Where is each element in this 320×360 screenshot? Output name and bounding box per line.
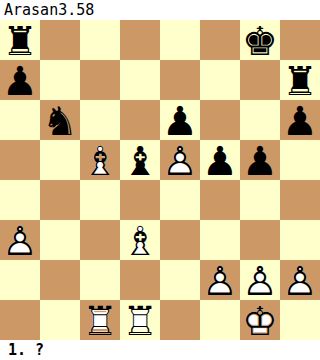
square-a5[interactable] [0, 140, 40, 180]
square-h3[interactable] [280, 220, 320, 260]
square-a8[interactable]: ♜ [0, 20, 40, 60]
square-f5[interactable]: ♟ [200, 140, 240, 180]
engine-name-label: Arasan3.58 [0, 0, 320, 20]
piece-white-rook: ♖ [120, 300, 160, 340]
square-b8[interactable] [40, 20, 80, 60]
square-a6[interactable] [0, 100, 40, 140]
piece-fill-layer: ♝ [120, 220, 160, 260]
piece-fill-layer: ♟ [200, 260, 240, 300]
square-c6[interactable] [80, 100, 120, 140]
square-b6[interactable]: ♞ [40, 100, 80, 140]
square-d1[interactable]: ♜♖ [120, 300, 160, 340]
piece-fill-layer: ♜ [120, 300, 160, 340]
square-g3[interactable] [240, 220, 280, 260]
square-e3[interactable] [160, 220, 200, 260]
square-f6[interactable] [200, 100, 240, 140]
square-d5[interactable]: ♝ [120, 140, 160, 180]
square-g5[interactable]: ♟ [240, 140, 280, 180]
square-b4[interactable] [40, 180, 80, 220]
piece-white-king: ♔ [240, 300, 280, 340]
square-f2[interactable]: ♟♙ [200, 260, 240, 300]
square-c2[interactable] [80, 260, 120, 300]
square-a1[interactable] [0, 300, 40, 340]
square-h7[interactable]: ♜ [280, 60, 320, 100]
square-b7[interactable] [40, 60, 80, 100]
square-h4[interactable] [280, 180, 320, 220]
square-c1[interactable]: ♜♖ [80, 300, 120, 340]
chess-board: ♜♚♟♜♞♟♟♝♗♝♟♙♟♟♟♙♝♗♟♙♟♙♟♙♜♖♜♖♚♔ [0, 20, 320, 340]
piece-white-pawn: ♙ [0, 220, 40, 260]
square-h5[interactable] [280, 140, 320, 180]
square-a2[interactable] [0, 260, 40, 300]
square-d7[interactable] [120, 60, 160, 100]
square-h8[interactable] [280, 20, 320, 60]
piece-fill-layer: ♟ [240, 260, 280, 300]
square-g4[interactable] [240, 180, 280, 220]
square-b2[interactable] [40, 260, 80, 300]
square-e4[interactable] [160, 180, 200, 220]
piece-black-knight: ♞ [40, 100, 80, 140]
piece-black-rook: ♜ [280, 60, 320, 100]
square-f3[interactable] [200, 220, 240, 260]
piece-white-pawn: ♙ [280, 260, 320, 300]
piece-black-pawn: ♟ [200, 140, 240, 180]
piece-white-pawn: ♙ [160, 140, 200, 180]
piece-fill-layer: ♟ [0, 220, 40, 260]
square-e6[interactable]: ♟ [160, 100, 200, 140]
piece-fill-layer: ♝ [80, 140, 120, 180]
piece-fill-layer: ♟ [280, 260, 320, 300]
square-a3[interactable]: ♟♙ [0, 220, 40, 260]
square-h2[interactable]: ♟♙ [280, 260, 320, 300]
square-d2[interactable] [120, 260, 160, 300]
piece-black-pawn: ♟ [160, 100, 200, 140]
square-e8[interactable] [160, 20, 200, 60]
square-c4[interactable] [80, 180, 120, 220]
chess-app-window: Arasan3.58 ♜♚♟♜♞♟♟♝♗♝♟♙♟♟♟♙♝♗♟♙♟♙♟♙♜♖♜♖♚… [0, 0, 320, 360]
square-g6[interactable] [240, 100, 280, 140]
square-d8[interactable] [120, 20, 160, 60]
square-d4[interactable] [120, 180, 160, 220]
square-c8[interactable] [80, 20, 120, 60]
square-e1[interactable] [160, 300, 200, 340]
piece-black-pawn: ♟ [0, 60, 40, 100]
piece-fill-layer: ♜ [80, 300, 120, 340]
square-f4[interactable] [200, 180, 240, 220]
square-c3[interactable] [80, 220, 120, 260]
square-b3[interactable] [40, 220, 80, 260]
square-f8[interactable] [200, 20, 240, 60]
square-d3[interactable]: ♝♗ [120, 220, 160, 260]
square-e2[interactable] [160, 260, 200, 300]
square-c5[interactable]: ♝♗ [80, 140, 120, 180]
piece-white-pawn: ♙ [240, 260, 280, 300]
square-g2[interactable]: ♟♙ [240, 260, 280, 300]
square-c7[interactable] [80, 60, 120, 100]
move-prompt: 1. ? [0, 340, 320, 360]
piece-white-bishop: ♗ [80, 140, 120, 180]
square-a4[interactable] [0, 180, 40, 220]
square-e5[interactable]: ♟♙ [160, 140, 200, 180]
piece-black-bishop: ♝ [120, 140, 160, 180]
square-d6[interactable] [120, 100, 160, 140]
square-h6[interactable]: ♟ [280, 100, 320, 140]
piece-black-pawn: ♟ [280, 100, 320, 140]
square-f1[interactable] [200, 300, 240, 340]
square-b1[interactable] [40, 300, 80, 340]
square-g7[interactable] [240, 60, 280, 100]
piece-black-king: ♚ [240, 20, 280, 60]
square-f7[interactable] [200, 60, 240, 100]
square-g8[interactable]: ♚ [240, 20, 280, 60]
square-e7[interactable] [160, 60, 200, 100]
square-a7[interactable]: ♟ [0, 60, 40, 100]
piece-white-bishop: ♗ [120, 220, 160, 260]
square-h1[interactable] [280, 300, 320, 340]
piece-white-rook: ♖ [80, 300, 120, 340]
square-g1[interactable]: ♚♔ [240, 300, 280, 340]
square-b5[interactable] [40, 140, 80, 180]
piece-black-pawn: ♟ [240, 140, 280, 180]
piece-black-rook: ♜ [0, 20, 40, 60]
piece-fill-layer: ♚ [240, 300, 280, 340]
piece-white-pawn: ♙ [200, 260, 240, 300]
piece-fill-layer: ♟ [160, 140, 200, 180]
